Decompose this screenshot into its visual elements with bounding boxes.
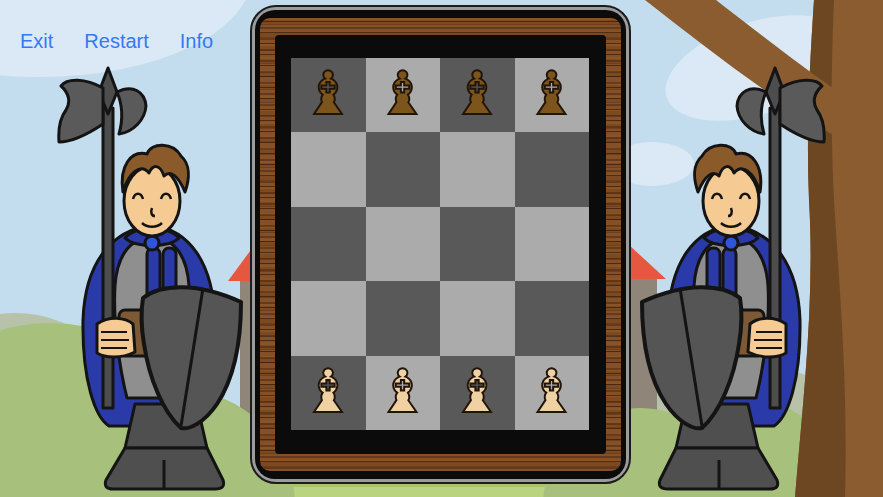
menu-bar: Exit Restart Info bbox=[20, 30, 213, 53]
square-r2-c3[interactable] bbox=[515, 207, 590, 281]
board-grid: ♝♝♝♝♝♝♝♝ bbox=[291, 58, 589, 430]
info-button[interactable]: Info bbox=[180, 30, 213, 53]
restart-button[interactable]: Restart bbox=[84, 30, 148, 53]
square-r3-c3[interactable] bbox=[515, 281, 590, 355]
right-guard bbox=[636, 62, 826, 492]
game-screen: { "game": "Chess — Bishops Swap Puzzle",… bbox=[0, 0, 883, 497]
square-r0-c3[interactable]: ♝ bbox=[515, 58, 590, 132]
guard-brooch bbox=[145, 236, 159, 250]
square-r0-c1[interactable]: ♝ bbox=[366, 58, 441, 132]
guard-brooch bbox=[724, 236, 738, 250]
square-r4-c3[interactable]: ♝ bbox=[515, 356, 590, 430]
square-r3-c0[interactable] bbox=[291, 281, 366, 355]
square-r4-c2[interactable]: ♝ bbox=[440, 356, 515, 430]
chess-board: ♝♝♝♝♝♝♝♝ bbox=[250, 5, 631, 484]
square-r1-c1[interactable] bbox=[366, 132, 441, 206]
dark-bishop[interactable]: ♝ bbox=[450, 63, 504, 123]
square-r2-c2[interactable] bbox=[440, 207, 515, 281]
square-r2-c0[interactable] bbox=[291, 207, 366, 281]
square-r1-c0[interactable] bbox=[291, 132, 366, 206]
square-r1-c3[interactable] bbox=[515, 132, 590, 206]
dark-bishop[interactable]: ♝ bbox=[525, 63, 579, 123]
dark-bishop[interactable]: ♝ bbox=[301, 63, 355, 123]
light-bishop[interactable]: ♝ bbox=[450, 361, 504, 421]
dark-bishop[interactable]: ♝ bbox=[376, 63, 430, 123]
light-bishop[interactable]: ♝ bbox=[301, 361, 355, 421]
square-r3-c1[interactable] bbox=[366, 281, 441, 355]
square-r2-c1[interactable] bbox=[366, 207, 441, 281]
square-r4-c1[interactable]: ♝ bbox=[366, 356, 441, 430]
square-r0-c2[interactable]: ♝ bbox=[440, 58, 515, 132]
halberd-axe-blade bbox=[59, 80, 103, 142]
light-bishop[interactable]: ♝ bbox=[525, 361, 579, 421]
halberd-back-fluke bbox=[737, 89, 766, 134]
exit-button[interactable]: Exit bbox=[20, 30, 53, 53]
halberd-back-fluke bbox=[117, 89, 146, 134]
left-guard bbox=[57, 62, 247, 492]
halberd-pole bbox=[103, 108, 113, 408]
light-bishop[interactable]: ♝ bbox=[376, 361, 430, 421]
square-r4-c0[interactable]: ♝ bbox=[291, 356, 366, 430]
guard-hand bbox=[748, 318, 786, 357]
square-r1-c2[interactable] bbox=[440, 132, 515, 206]
square-r0-c0[interactable]: ♝ bbox=[291, 58, 366, 132]
square-r3-c2[interactable] bbox=[440, 281, 515, 355]
halberd-axe-blade bbox=[780, 80, 824, 142]
halberd-pole bbox=[770, 108, 780, 408]
guard-hand bbox=[97, 318, 135, 357]
